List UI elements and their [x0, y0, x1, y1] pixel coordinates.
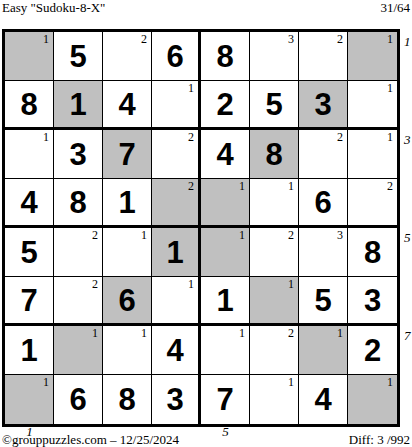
cell-value: 5 — [69, 41, 86, 72]
cell-r6c4[interactable]: 1 — [152, 277, 201, 326]
cell-r3c7[interactable]: 2 — [299, 130, 348, 179]
cell-r4c5[interactable]: 1 — [201, 179, 250, 228]
cell-r5c8[interactable]: 8 — [348, 228, 397, 277]
pencil-mark: 3 — [337, 228, 343, 242]
pencil-mark: 1 — [141, 228, 147, 242]
cell-r4c3[interactable]: 1 — [103, 179, 152, 228]
cell-value: 5 — [20, 237, 37, 268]
cell-value: 6 — [166, 41, 183, 72]
cell-r8c5[interactable]: 7 — [201, 375, 250, 424]
pencil-mark: 1 — [43, 130, 49, 144]
cell-value: 2 — [364, 335, 381, 366]
cell-r6c8[interactable]: 3 — [348, 277, 397, 326]
cell-r1c5[interactable]: 8 — [201, 32, 250, 81]
cell-r6c7[interactable]: 5 — [299, 277, 348, 326]
cell-r3c4[interactable]: 2 — [152, 130, 201, 179]
cell-r7c7[interactable]: 1 — [299, 326, 348, 375]
pencil-mark: 1 — [239, 228, 245, 242]
cell-value: 5 — [265, 89, 282, 120]
cell-r3c1[interactable]: 1 — [5, 130, 54, 179]
cell-r5c2[interactable]: 2 — [54, 228, 103, 277]
row-label-5: 5 — [404, 231, 411, 245]
cell-value: 1 — [118, 187, 135, 218]
cell-value: 3 — [314, 89, 331, 120]
cell-value: 3 — [166, 384, 183, 415]
pencil-mark: 1 — [239, 326, 245, 340]
cell-r2c1[interactable]: 8 — [5, 81, 54, 130]
cell-r3c5[interactable]: 4 — [201, 130, 250, 179]
pencil-mark: 1 — [43, 375, 49, 389]
cell-r4c2[interactable]: 8 — [54, 179, 103, 228]
cell-value: 3 — [364, 285, 381, 316]
cell-value: 4 — [166, 335, 183, 366]
cell-value: 8 — [20, 89, 37, 120]
pencil-mark: 3 — [288, 32, 294, 46]
cell-value: 5 — [314, 285, 331, 316]
pencil-mark: 1 — [239, 179, 245, 193]
cell-r1c1[interactable]: 1 — [5, 32, 54, 81]
cell-r8c3[interactable]: 8 — [103, 375, 152, 424]
pencil-mark: 1 — [387, 81, 393, 95]
pencil-mark: 2 — [188, 179, 194, 193]
cell-value: 8 — [118, 384, 135, 415]
cell-r8c2[interactable]: 6 — [54, 375, 103, 424]
cell-r7c1[interactable]: 1 — [5, 326, 54, 375]
pencil-mark: 1 — [387, 375, 393, 389]
cell-value: 4 — [20, 187, 37, 218]
pencil-mark: 1 — [92, 326, 98, 340]
board: 1526832181412531137248214812116252111238… — [2, 29, 400, 427]
cell-r5c1[interactable]: 5 — [5, 228, 54, 277]
cell-r6c3[interactable]: 6 — [103, 277, 152, 326]
cell-value: 8 — [216, 41, 233, 72]
cell-value: 6 — [314, 187, 331, 218]
cell-r8c1[interactable]: 1 — [5, 375, 54, 424]
cell-value: 7 — [20, 285, 37, 316]
cell-value: 4 — [314, 384, 331, 415]
cell-r5c6[interactable]: 2 — [250, 228, 299, 277]
cell-value: 1 — [216, 285, 233, 316]
cell-r1c4[interactable]: 6 — [152, 32, 201, 81]
difficulty-label: Diff: 3 /992 — [349, 432, 410, 447]
cell-value: 8 — [265, 139, 282, 170]
pencil-mark: 1 — [141, 326, 147, 340]
pencil-mark: 2 — [92, 228, 98, 242]
cell-r1c2[interactable]: 5 — [54, 32, 103, 81]
cell-value: 1 — [20, 335, 37, 366]
cell-r6c2[interactable]: 2 — [54, 277, 103, 326]
pencil-mark: 2 — [387, 179, 393, 193]
pencil-mark: 2 — [92, 277, 98, 291]
pencil-mark: 1 — [387, 32, 393, 46]
cell-value: 4 — [118, 89, 135, 120]
cell-r7c2[interactable]: 1 — [54, 326, 103, 375]
cell-r8c7[interactable]: 4 — [299, 375, 348, 424]
pencil-mark: 2 — [141, 32, 147, 46]
cell-r3c6[interactable]: 8 — [250, 130, 299, 179]
footer-credit: ©grouppuzzles.com – 12/25/2024 — [2, 432, 179, 447]
pencil-mark: 2 — [337, 130, 343, 144]
cell-value: 2 — [216, 89, 233, 120]
cell-r1c8[interactable]: 1 — [348, 32, 397, 81]
cell-r4c4[interactable]: 2 — [152, 179, 201, 228]
cell-r3c2[interactable]: 3 — [54, 130, 103, 179]
row-label-3: 3 — [404, 133, 411, 147]
row-label-1: 1 — [404, 35, 411, 49]
pencil-mark: 2 — [288, 228, 294, 242]
pencil-mark: 2 — [337, 32, 343, 46]
cell-r6c5[interactable]: 1 — [201, 277, 250, 326]
cell-r2c7[interactable]: 3 — [299, 81, 348, 130]
cell-value: 8 — [69, 187, 86, 218]
cell-r7c3[interactable]: 1 — [103, 326, 152, 375]
cell-r2c4[interactable]: 1 — [152, 81, 201, 130]
cell-r6c1[interactable]: 7 — [5, 277, 54, 326]
pencil-mark: 1 — [337, 326, 343, 340]
pencil-mark: 2 — [288, 326, 294, 340]
cell-r4c7[interactable]: 6 — [299, 179, 348, 228]
cell-r2c3[interactable]: 4 — [103, 81, 152, 130]
cell-r7c8[interactable]: 2 — [348, 326, 397, 375]
cell-value: 7 — [118, 139, 135, 170]
cell-value: 3 — [69, 139, 86, 170]
cell-r4c8[interactable]: 2 — [348, 179, 397, 228]
cell-value: 7 — [216, 384, 233, 415]
pencil-mark: 1 — [188, 81, 194, 95]
cell-r4c1[interactable]: 4 — [5, 179, 54, 228]
cell-r1c7[interactable]: 2 — [299, 32, 348, 81]
cell-value: 8 — [364, 237, 381, 268]
cell-value: 4 — [216, 139, 233, 170]
cell-r3c8[interactable]: 1 — [348, 130, 397, 179]
cell-r3c3[interactable]: 7 — [103, 130, 152, 179]
page-title: Easy "Sudoku-8-X" — [2, 0, 105, 16]
cell-r7c5[interactable]: 1 — [201, 326, 250, 375]
cell-r5c5[interactable]: 1 — [201, 228, 250, 277]
cell-r8c6[interactable]: 1 — [250, 375, 299, 424]
cell-r5c7[interactable]: 3 — [299, 228, 348, 277]
cell-r2c8[interactable]: 1 — [348, 81, 397, 130]
cell-r2c2[interactable]: 1 — [54, 81, 103, 130]
pencil-mark: 1 — [188, 277, 194, 291]
cell-r2c6[interactable]: 5 — [250, 81, 299, 130]
cell-r6c6[interactable]: 1 — [250, 277, 299, 326]
cell-r4c6[interactable]: 1 — [250, 179, 299, 228]
cell-r1c3[interactable]: 2 — [103, 32, 152, 81]
cell-r8c4[interactable]: 3 — [152, 375, 201, 424]
cell-r2c5[interactable]: 2 — [201, 81, 250, 130]
cell-value: 6 — [69, 384, 86, 415]
cell-value: 1 — [166, 237, 183, 268]
pencil-mark: 2 — [188, 130, 194, 144]
pencil-mark: 1 — [288, 179, 294, 193]
pencil-mark: 1 — [288, 375, 294, 389]
pencil-mark: 1 — [288, 277, 294, 291]
cell-r8c8[interactable]: 1 — [348, 375, 397, 424]
row-label-7: 7 — [404, 329, 411, 343]
pencil-mark: 1 — [43, 32, 49, 46]
cell-r7c4[interactable]: 4 — [152, 326, 201, 375]
pencil-mark: 1 — [387, 130, 393, 144]
cell-r5c4[interactable]: 1 — [152, 228, 201, 277]
puzzle-counter: 31/64 — [380, 0, 410, 16]
cell-r1c6[interactable]: 3 — [250, 32, 299, 81]
col-label-5: 5 — [222, 425, 229, 439]
cell-value: 6 — [118, 285, 135, 316]
cell-r5c3[interactable]: 1 — [103, 228, 152, 277]
cell-r7c6[interactable]: 2 — [250, 326, 299, 375]
cell-value: 1 — [69, 89, 86, 120]
